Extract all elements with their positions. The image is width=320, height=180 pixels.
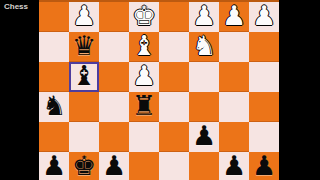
black-queen[interactable]: ♛: [72, 31, 96, 61]
white-pawn[interactable]: ♟: [222, 1, 246, 31]
black-rook[interactable]: ♜: [132, 91, 156, 121]
square-r4c4[interactable]: [159, 92, 189, 122]
square-r5c0[interactable]: [39, 122, 69, 152]
square-r2c2[interactable]: [99, 32, 129, 62]
square-r2c3[interactable]: ♝: [129, 32, 159, 62]
white-pawn[interactable]: ♟: [192, 1, 216, 31]
square-r1c6[interactable]: ♟: [219, 2, 249, 32]
white-king[interactable]: ♚: [132, 1, 156, 31]
square-r3c3[interactable]: ♟: [129, 62, 159, 92]
square-r1c3[interactable]: ♚: [129, 2, 159, 32]
white-knight[interactable]: ♞: [192, 31, 216, 61]
square-r6c0[interactable]: ♟: [39, 152, 69, 180]
board-viewport: ♟♚♟♟♟♛♝♞♝♟♞♜♟♟♚♟♟♟: [39, 0, 279, 180]
square-r1c2[interactable]: [99, 2, 129, 32]
square-r2c5[interactable]: ♞: [189, 32, 219, 62]
square-r5c3[interactable]: [129, 122, 159, 152]
square-r4c7[interactable]: [249, 92, 279, 122]
left-panel: Chess: [0, 0, 39, 180]
white-pawn[interactable]: ♟: [72, 1, 96, 31]
square-r2c7[interactable]: [249, 32, 279, 62]
square-r2c0[interactable]: [39, 32, 69, 62]
square-r5c6[interactable]: [219, 122, 249, 152]
square-r1c0[interactable]: [39, 2, 69, 32]
black-pawn[interactable]: ♟: [102, 151, 126, 180]
square-r5c4[interactable]: [159, 122, 189, 152]
square-r1c5[interactable]: ♟: [189, 2, 219, 32]
black-knight[interactable]: ♞: [42, 91, 66, 121]
chess-app-window: Chess ♟♚♟♟♟♛♝♞♝♟♞♜♟♟♚♟♟♟: [0, 0, 320, 180]
black-pawn[interactable]: ♟: [192, 121, 216, 151]
square-r4c1[interactable]: [69, 92, 99, 122]
app-title: Chess: [4, 2, 28, 11]
square-r3c5[interactable]: [189, 62, 219, 92]
square-r5c2[interactable]: [99, 122, 129, 152]
square-r6c3[interactable]: [129, 152, 159, 180]
square-r6c5[interactable]: [189, 152, 219, 180]
square-r5c7[interactable]: [249, 122, 279, 152]
square-r3c0[interactable]: [39, 62, 69, 92]
square-r3c2[interactable]: [99, 62, 129, 92]
square-r1c7[interactable]: ♟: [249, 2, 279, 32]
square-r2c4[interactable]: [159, 32, 189, 62]
square-r3c4[interactable]: [159, 62, 189, 92]
black-king[interactable]: ♚: [72, 151, 96, 180]
square-r6c2[interactable]: ♟: [99, 152, 129, 180]
selected-square[interactable]: ♝: [69, 62, 99, 92]
square-r6c7[interactable]: ♟: [249, 152, 279, 180]
square-r3c7[interactable]: [249, 62, 279, 92]
square-r6c6[interactable]: ♟: [219, 152, 249, 180]
black-bishop[interactable]: ♝: [72, 61, 96, 91]
square-r6c1[interactable]: ♚: [69, 152, 99, 180]
square-r3c6[interactable]: [219, 62, 249, 92]
square-r6c4[interactable]: [159, 152, 189, 180]
square-r5c5[interactable]: ♟: [189, 122, 219, 152]
black-pawn[interactable]: ♟: [222, 151, 246, 180]
white-pawn[interactable]: ♟: [252, 1, 276, 31]
white-pawn[interactable]: ♟: [132, 61, 156, 91]
black-pawn[interactable]: ♟: [42, 151, 66, 180]
square-r5c1[interactable]: [69, 122, 99, 152]
black-pawn[interactable]: ♟: [252, 151, 276, 180]
square-r1c4[interactable]: [159, 2, 189, 32]
square-r2c6[interactable]: [219, 32, 249, 62]
square-r2c1[interactable]: ♛: [69, 32, 99, 62]
square-r4c3[interactable]: ♜: [129, 92, 159, 122]
square-r4c5[interactable]: [189, 92, 219, 122]
square-r4c6[interactable]: [219, 92, 249, 122]
board-top-edge-line: [39, 0, 279, 2]
right-panel: [279, 0, 320, 180]
chess-board: ♟♚♟♟♟♛♝♞♝♟♞♜♟♟♚♟♟♟: [39, 0, 279, 180]
square-r4c0[interactable]: ♞: [39, 92, 69, 122]
square-r1c1[interactable]: ♟: [69, 2, 99, 32]
square-r4c2[interactable]: [99, 92, 129, 122]
white-bishop[interactable]: ♝: [132, 31, 156, 61]
